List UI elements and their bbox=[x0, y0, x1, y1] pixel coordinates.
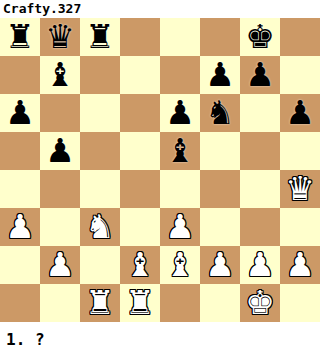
square-b8[interactable]: ♛ bbox=[40, 18, 80, 56]
square-g1[interactable]: ♚ bbox=[240, 284, 280, 322]
piece-white-pawn[interactable]: ♟ bbox=[245, 246, 275, 284]
square-d4[interactable] bbox=[120, 170, 160, 208]
square-a2[interactable] bbox=[0, 246, 40, 284]
square-f8[interactable] bbox=[200, 18, 240, 56]
piece-black-pawn[interactable]: ♟ bbox=[165, 94, 195, 132]
piece-black-queen[interactable]: ♛ bbox=[45, 18, 75, 56]
square-e8[interactable] bbox=[160, 18, 200, 56]
square-e3[interactable]: ♟ bbox=[160, 208, 200, 246]
square-b3[interactable] bbox=[40, 208, 80, 246]
piece-white-rook[interactable]: ♜ bbox=[85, 284, 115, 322]
square-e1[interactable] bbox=[160, 284, 200, 322]
piece-white-pawn[interactable]: ♟ bbox=[205, 246, 235, 284]
square-a7[interactable] bbox=[0, 56, 40, 94]
piece-black-pawn[interactable]: ♟ bbox=[285, 94, 315, 132]
square-e5[interactable]: ♝ bbox=[160, 132, 200, 170]
square-h3[interactable] bbox=[280, 208, 320, 246]
square-e7[interactable] bbox=[160, 56, 200, 94]
square-b1[interactable] bbox=[40, 284, 80, 322]
square-a4[interactable] bbox=[0, 170, 40, 208]
piece-white-pawn[interactable]: ♟ bbox=[165, 208, 195, 246]
square-d1[interactable]: ♜ bbox=[120, 284, 160, 322]
window-title: Crafty.327 bbox=[0, 0, 320, 18]
square-a5[interactable] bbox=[0, 132, 40, 170]
piece-black-rook[interactable]: ♜ bbox=[5, 18, 35, 56]
square-c1[interactable]: ♜ bbox=[80, 284, 120, 322]
square-h4[interactable]: ♛ bbox=[280, 170, 320, 208]
piece-black-bishop[interactable]: ♝ bbox=[165, 132, 195, 170]
piece-white-bishop[interactable]: ♝ bbox=[125, 246, 155, 284]
piece-black-pawn[interactable]: ♟ bbox=[205, 56, 235, 94]
square-e4[interactable] bbox=[160, 170, 200, 208]
square-g6[interactable] bbox=[240, 94, 280, 132]
square-d5[interactable] bbox=[120, 132, 160, 170]
square-f1[interactable] bbox=[200, 284, 240, 322]
square-g5[interactable] bbox=[240, 132, 280, 170]
square-h2[interactable]: ♟ bbox=[280, 246, 320, 284]
piece-white-king[interactable]: ♚ bbox=[245, 284, 275, 322]
square-a6[interactable]: ♟ bbox=[0, 94, 40, 132]
square-b4[interactable] bbox=[40, 170, 80, 208]
piece-black-pawn[interactable]: ♟ bbox=[245, 56, 275, 94]
piece-white-pawn[interactable]: ♟ bbox=[5, 208, 35, 246]
square-d2[interactable]: ♝ bbox=[120, 246, 160, 284]
square-b2[interactable]: ♟ bbox=[40, 246, 80, 284]
square-h6[interactable]: ♟ bbox=[280, 94, 320, 132]
move-prompt: 1. ? bbox=[0, 322, 320, 360]
square-e2[interactable]: ♝ bbox=[160, 246, 200, 284]
piece-white-pawn[interactable]: ♟ bbox=[45, 246, 75, 284]
square-h8[interactable] bbox=[280, 18, 320, 56]
piece-black-king[interactable]: ♚ bbox=[245, 18, 275, 56]
square-g3[interactable] bbox=[240, 208, 280, 246]
square-c4[interactable] bbox=[80, 170, 120, 208]
square-f4[interactable] bbox=[200, 170, 240, 208]
square-g8[interactable]: ♚ bbox=[240, 18, 280, 56]
piece-white-pawn[interactable]: ♟ bbox=[285, 246, 315, 284]
square-a1[interactable] bbox=[0, 284, 40, 322]
square-f7[interactable]: ♟ bbox=[200, 56, 240, 94]
square-d6[interactable] bbox=[120, 94, 160, 132]
piece-black-rook[interactable]: ♜ bbox=[85, 18, 115, 56]
square-b6[interactable] bbox=[40, 94, 80, 132]
square-a3[interactable]: ♟ bbox=[0, 208, 40, 246]
square-a8[interactable]: ♜ bbox=[0, 18, 40, 56]
square-g4[interactable] bbox=[240, 170, 280, 208]
piece-black-knight[interactable]: ♞ bbox=[205, 94, 235, 132]
square-f6[interactable]: ♞ bbox=[200, 94, 240, 132]
chess-app-window: Crafty.327 ♜♛♜♚♝♟♟♟♟♞♟♟♝♛♟♞♟♟♝♝♟♟♟♜♜♚ 1.… bbox=[0, 0, 320, 360]
piece-black-pawn[interactable]: ♟ bbox=[45, 132, 75, 170]
square-g7[interactable]: ♟ bbox=[240, 56, 280, 94]
square-c8[interactable]: ♜ bbox=[80, 18, 120, 56]
square-b7[interactable]: ♝ bbox=[40, 56, 80, 94]
piece-white-queen[interactable]: ♛ bbox=[285, 170, 315, 208]
square-c6[interactable] bbox=[80, 94, 120, 132]
square-f5[interactable] bbox=[200, 132, 240, 170]
square-c2[interactable] bbox=[80, 246, 120, 284]
piece-white-bishop[interactable]: ♝ bbox=[165, 246, 195, 284]
piece-black-bishop[interactable]: ♝ bbox=[45, 56, 75, 94]
square-c5[interactable] bbox=[80, 132, 120, 170]
square-c3[interactable]: ♞ bbox=[80, 208, 120, 246]
square-e6[interactable]: ♟ bbox=[160, 94, 200, 132]
square-b5[interactable]: ♟ bbox=[40, 132, 80, 170]
square-d3[interactable] bbox=[120, 208, 160, 246]
square-d8[interactable] bbox=[120, 18, 160, 56]
square-c7[interactable] bbox=[80, 56, 120, 94]
square-d7[interactable] bbox=[120, 56, 160, 94]
square-h5[interactable] bbox=[280, 132, 320, 170]
square-h1[interactable] bbox=[280, 284, 320, 322]
square-f3[interactable] bbox=[200, 208, 240, 246]
chess-board: ♜♛♜♚♝♟♟♟♟♞♟♟♝♛♟♞♟♟♝♝♟♟♟♜♜♚ bbox=[0, 18, 320, 322]
square-h7[interactable] bbox=[280, 56, 320, 94]
square-g2[interactable]: ♟ bbox=[240, 246, 280, 284]
piece-white-knight[interactable]: ♞ bbox=[85, 208, 115, 246]
piece-white-rook[interactable]: ♜ bbox=[125, 284, 155, 322]
square-f2[interactable]: ♟ bbox=[200, 246, 240, 284]
piece-black-pawn[interactable]: ♟ bbox=[5, 94, 35, 132]
